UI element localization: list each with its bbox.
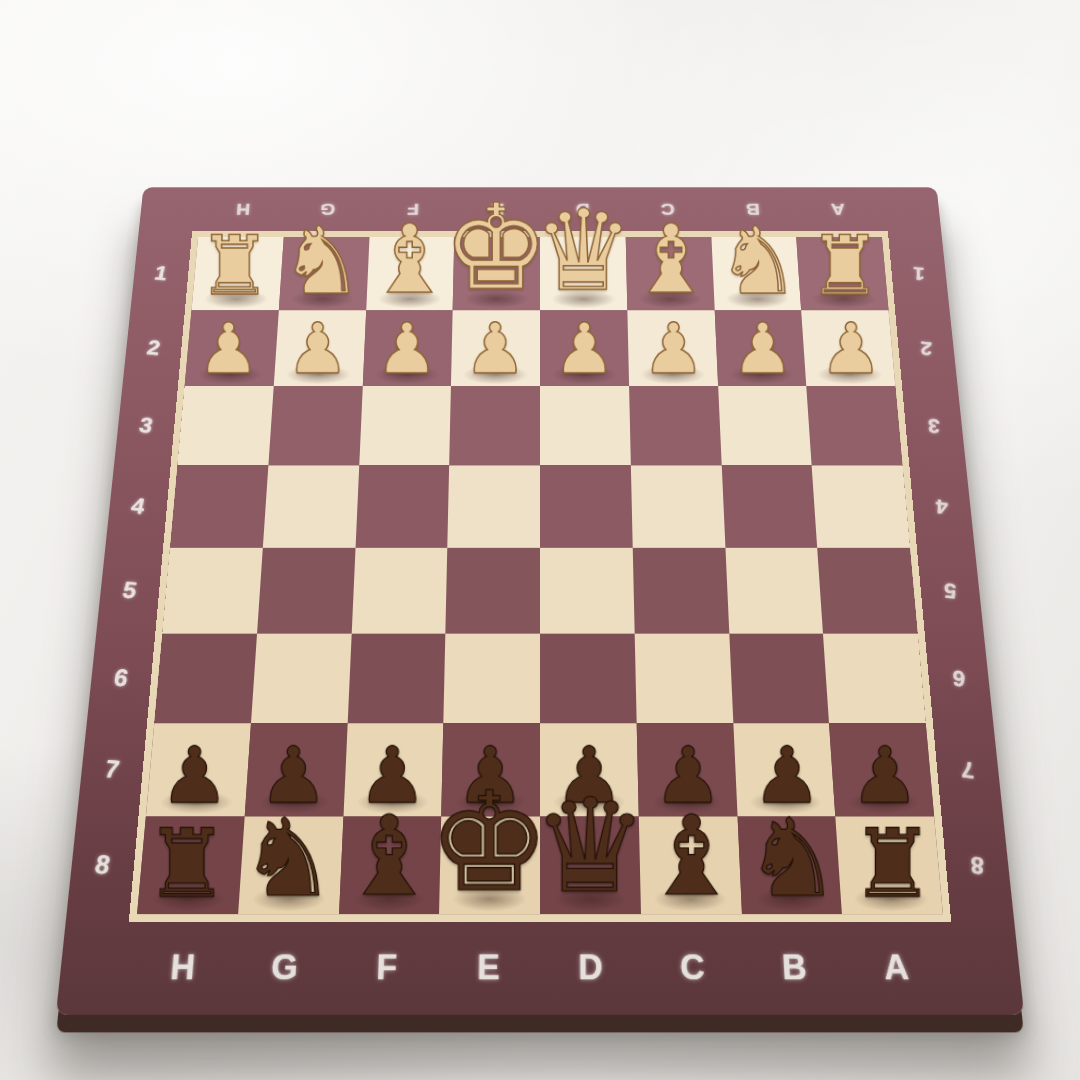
black-rook: ♜: [812, 817, 973, 912]
square-a4: [812, 465, 910, 547]
square-e5: [446, 548, 540, 634]
square-f6: [347, 634, 445, 723]
file-label-bottom-E: E: [477, 948, 501, 989]
board-perspective-wrapper: HGFEDCBA HGFEDCBA 12345678 12345678 ♜♞♝♚…: [104, 124, 976, 996]
file-label-top-E: E: [491, 200, 505, 219]
square-g6: [251, 634, 351, 723]
file-label-top-D: D: [575, 200, 590, 219]
chessboard: HGFEDCBA HGFEDCBA 12345678 12345678 ♜♞♝♚…: [56, 187, 1024, 1015]
rank-label-right-4: 4: [935, 494, 948, 519]
square-a3: [807, 386, 903, 465]
square-e3: [449, 386, 540, 465]
square-d5: [540, 548, 634, 634]
playing-area: ♜♞♝♚♛♝♞♜♟♟♟♟♟♟♟♟♟♟♟♟♟♟♟♟♜♞♝♚♛♝♞♜: [137, 237, 943, 914]
square-b5: [725, 548, 823, 634]
square-c3: [629, 386, 721, 465]
square-a1: ♜: [796, 237, 888, 310]
file-label-bottom-H: H: [169, 948, 198, 989]
square-f3: [359, 386, 451, 465]
white-pawn: ♟: [780, 313, 922, 383]
square-f5: [351, 548, 447, 634]
square-e4: [448, 465, 540, 547]
file-label-top-H: H: [235, 200, 251, 219]
square-a8: ♜: [836, 817, 943, 915]
file-label-top-C: C: [660, 200, 675, 219]
file-label-bottom-B: B: [781, 948, 809, 989]
file-label-bottom-G: G: [270, 948, 300, 989]
square-g4: [263, 465, 359, 547]
tablecloth-background: HGFEDCBA HGFEDCBA 12345678 12345678 ♜♞♝♚…: [0, 0, 1080, 1080]
square-c4: [631, 465, 725, 547]
rank-label-left-4: 4: [129, 493, 148, 520]
white-rook: ♜: [776, 225, 916, 307]
square-h4: [170, 465, 268, 547]
file-label-top-B: B: [744, 200, 760, 219]
file-label-bottom-A: A: [882, 948, 911, 989]
square-h3: [178, 386, 274, 465]
square-a5: [817, 548, 917, 634]
file-label-bottom-F: F: [375, 948, 398, 989]
rank-label-left-5: 5: [120, 576, 140, 604]
square-c5: [632, 548, 728, 634]
rank-label-right-5: 5: [943, 577, 957, 603]
rank-label-left-3: 3: [137, 413, 156, 439]
file-label-bottom-C: C: [679, 948, 706, 989]
square-c6: [634, 634, 732, 723]
file-label-top-G: G: [319, 200, 336, 219]
square-h6: [154, 634, 256, 723]
square-d6: [540, 634, 636, 723]
square-e6: [444, 634, 540, 723]
board-frame-line: ♜♞♝♚♛♝♞♜♟♟♟♟♟♟♟♟♟♟♟♟♟♟♟♟♜♞♝♚♛♝♞♜: [129, 231, 951, 921]
rank-label-right-2: 2: [920, 336, 933, 359]
square-f4: [355, 465, 449, 547]
file-label-top-A: A: [829, 200, 845, 219]
rank-label-right-1: 1: [912, 262, 925, 284]
square-g3: [268, 386, 362, 465]
square-a6: [823, 634, 925, 723]
square-d3: [540, 386, 631, 465]
square-h5: [162, 548, 262, 634]
square-b6: [729, 634, 829, 723]
square-b4: [721, 465, 817, 547]
file-labels-bottom: HGFEDCBA: [128, 922, 952, 1015]
rank-label-right-3: 3: [927, 414, 940, 438]
rank-label-right-6: 6: [952, 664, 966, 691]
rank-label-left-6: 6: [111, 663, 131, 692]
square-a7: ♟: [829, 723, 934, 816]
file-label-bottom-D: D: [578, 948, 604, 989]
square-a2: ♟: [801, 310, 895, 386]
square-g5: [257, 548, 355, 634]
square-d4: [540, 465, 632, 547]
square-b3: [718, 386, 812, 465]
file-label-top-F: F: [406, 200, 419, 219]
